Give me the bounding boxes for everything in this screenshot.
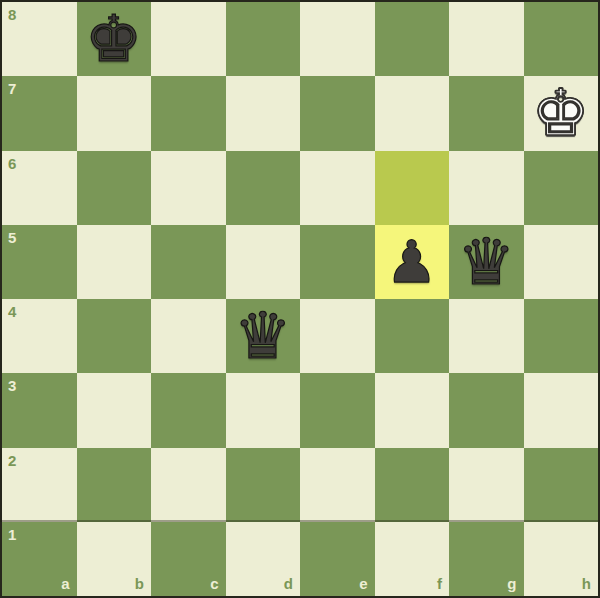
chess-board: 8♚7♚65♟♛4♛321abcdefgh (0, 0, 600, 598)
rank-label-8: 8 (8, 7, 16, 22)
rank-label-2: 2 (8, 453, 16, 468)
square-c4[interactable] (151, 299, 226, 373)
file-label-c: c (210, 576, 218, 591)
square-c3[interactable] (151, 373, 226, 447)
square-h1[interactable]: h (524, 522, 599, 596)
file-label-d: d (284, 576, 293, 591)
square-d2[interactable] (226, 448, 301, 522)
square-b3[interactable] (77, 373, 152, 447)
rank-label-1: 1 (8, 527, 16, 542)
rank-label-4: 4 (8, 304, 16, 319)
file-label-h: h (582, 576, 591, 591)
square-b6[interactable] (77, 151, 152, 225)
square-a1[interactable]: 1a (2, 522, 77, 596)
square-e5[interactable] (300, 225, 375, 299)
square-e6[interactable] (300, 151, 375, 225)
square-f4[interactable] (375, 299, 450, 373)
square-c2[interactable] (151, 448, 226, 522)
file-label-f: f (437, 576, 442, 591)
square-b8[interactable]: ♚ (77, 2, 152, 76)
square-c8[interactable] (151, 2, 226, 76)
square-h5[interactable] (524, 225, 599, 299)
square-c5[interactable] (151, 225, 226, 299)
square-g1[interactable]: g (449, 522, 524, 596)
black-queen[interactable]: ♛ (234, 299, 291, 373)
file-label-e: e (359, 576, 367, 591)
square-h2[interactable] (524, 448, 599, 522)
square-g4[interactable] (449, 299, 524, 373)
square-f3[interactable] (375, 373, 450, 447)
square-d4[interactable]: ♛ (226, 299, 301, 373)
square-a8[interactable]: 8 (2, 2, 77, 76)
square-g2[interactable] (449, 448, 524, 522)
square-h4[interactable] (524, 299, 599, 373)
square-d1[interactable]: d (226, 522, 301, 596)
square-f7[interactable] (375, 76, 450, 150)
square-e4[interactable] (300, 299, 375, 373)
square-f8[interactable] (375, 2, 450, 76)
square-b4[interactable] (77, 299, 152, 373)
square-a3[interactable]: 3 (2, 373, 77, 447)
black-king[interactable]: ♚ (85, 2, 142, 76)
rank-label-7: 7 (8, 81, 16, 96)
square-a5[interactable]: 5 (2, 225, 77, 299)
file-label-g: g (507, 576, 516, 591)
square-e8[interactable] (300, 2, 375, 76)
square-h3[interactable] (524, 373, 599, 447)
black-pawn[interactable]: ♟ (386, 225, 438, 299)
square-g8[interactable] (449, 2, 524, 76)
square-g5[interactable]: ♛ (449, 225, 524, 299)
square-e7[interactable] (300, 76, 375, 150)
square-d7[interactable] (226, 76, 301, 150)
square-f6[interactable] (375, 151, 450, 225)
square-b2[interactable] (77, 448, 152, 522)
square-h8[interactable] (524, 2, 599, 76)
rank-label-5: 5 (8, 230, 16, 245)
square-c1[interactable]: c (151, 522, 226, 596)
file-label-a: a (61, 576, 69, 591)
chess-board-wrapper: 8♚7♚65♟♛4♛321abcdefgh (0, 0, 600, 598)
square-e2[interactable] (300, 448, 375, 522)
square-c7[interactable] (151, 76, 226, 150)
square-d3[interactable] (226, 373, 301, 447)
square-f5[interactable]: ♟ (375, 225, 450, 299)
square-g6[interactable] (449, 151, 524, 225)
square-f1[interactable]: f (375, 522, 450, 596)
square-h6[interactable] (524, 151, 599, 225)
square-b5[interactable] (77, 225, 152, 299)
square-h7[interactable]: ♚ (524, 76, 599, 150)
square-f2[interactable] (375, 448, 450, 522)
square-e3[interactable] (300, 373, 375, 447)
square-g7[interactable] (449, 76, 524, 150)
square-c6[interactable] (151, 151, 226, 225)
square-d5[interactable] (226, 225, 301, 299)
square-a4[interactable]: 4 (2, 299, 77, 373)
square-g3[interactable] (449, 373, 524, 447)
black-queen[interactable]: ♛ (458, 225, 515, 299)
white-king[interactable]: ♚ (532, 76, 589, 150)
square-d8[interactable] (226, 2, 301, 76)
rank-label-6: 6 (8, 156, 16, 171)
file-label-b: b (135, 576, 144, 591)
rank-label-3: 3 (8, 378, 16, 393)
square-a7[interactable]: 7 (2, 76, 77, 150)
square-a2[interactable]: 2 (2, 448, 77, 522)
square-b1[interactable]: b (77, 522, 152, 596)
square-e1[interactable]: e (300, 522, 375, 596)
square-d6[interactable] (226, 151, 301, 225)
square-a6[interactable]: 6 (2, 151, 77, 225)
square-b7[interactable] (77, 76, 152, 150)
